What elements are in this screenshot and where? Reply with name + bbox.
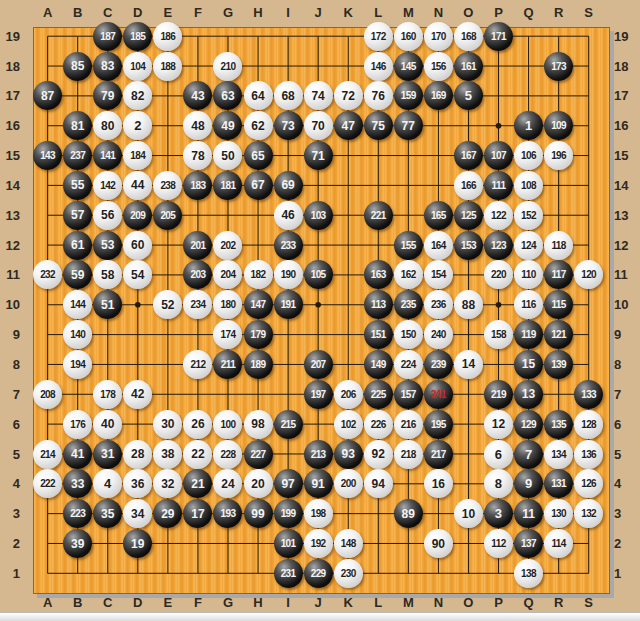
move-number: 149 [371,359,386,370]
move-number: 187 [100,31,115,42]
move-number: 71 [311,149,324,163]
move-number: 75 [372,119,385,133]
move-number: 225 [371,389,386,400]
move-number: 211 [221,359,235,370]
stone-I6-black: 215 [274,410,303,439]
stone-Q11-white: 110 [514,260,543,289]
stone-C4-white: 4 [93,469,122,498]
move-number: 12 [492,417,505,431]
stone-K2-white: 148 [334,529,363,558]
stone-M17-black: 159 [394,81,423,110]
move-number: 142 [100,180,115,191]
move-number: 17 [191,507,204,521]
stone-C5-black: 31 [93,440,122,469]
stone-P9-white: 158 [484,320,513,349]
stone-S11-white: 120 [574,260,603,289]
move-number: 98 [251,417,264,431]
move-number: 232 [40,269,55,280]
move-number: 226 [371,419,386,430]
stone-R9-black: 121 [544,320,573,349]
row-label-7: 7 [0,379,26,409]
stone-G8-black: 211 [213,350,242,379]
move-number: 104 [130,61,145,72]
move-number: 77 [402,119,415,133]
row-label-8: 8 [0,350,26,380]
stone-H3-black: 99 [244,499,273,528]
move-number: 233 [281,240,296,251]
stone-E4-white: 32 [153,469,182,498]
stone-D15-white: 184 [123,141,152,170]
stone-S6-white: 128 [574,410,603,439]
move-number: 123 [491,240,506,251]
move-number: 26 [191,417,204,431]
stone-A11-white: 232 [33,260,62,289]
stone-G11-white: 204 [213,260,242,289]
stone-G15-white: 50 [213,141,242,170]
col-label-Q: Q [514,5,544,21]
move-number: 210 [221,61,236,72]
stone-E14-white: 238 [153,171,182,200]
stone-N18-white: 156 [424,52,453,81]
move-number: 28 [131,447,144,461]
stone-N4-white: 16 [424,469,453,498]
stone-F11-black: 203 [183,260,212,289]
stone-Q1-white: 138 [514,559,543,588]
move-number: 135 [551,419,566,430]
stone-F17-black: 43 [183,81,212,110]
move-number: 154 [431,269,446,280]
stone-H14-black: 67 [244,171,273,200]
col-label-L: L [363,595,393,611]
stone-M10-black: 235 [394,290,423,319]
row-label-19: 19 [0,21,26,51]
stone-M7-black: 157 [394,380,423,409]
move-number: 124 [521,240,536,251]
stone-Q16-black: 1 [514,111,543,140]
move-number: 167 [461,150,476,161]
move-number: 196 [551,150,566,161]
move-number: 172 [371,31,386,42]
stone-B16-black: 81 [63,111,92,140]
move-number: 55 [71,178,84,192]
move-number: 217 [431,449,446,460]
col-label-O: O [453,595,483,611]
stone-J8-black: 207 [304,350,333,379]
stone-G17-black: 63 [213,81,242,110]
move-number: 82 [131,89,144,103]
stone-Q13-white: 152 [514,201,543,230]
move-number: 63 [221,89,234,103]
move-number: 4 [104,476,111,491]
move-number: 117 [551,269,565,280]
stone-P7-black: 219 [484,380,513,409]
col-label-H: H [243,595,273,611]
stone-O13-black: 125 [454,201,483,230]
move-number: 179 [251,329,266,340]
stone-F12-black: 201 [183,231,212,260]
stone-C13-white: 56 [93,201,122,230]
row-label-4: 4 [611,469,637,499]
stone-I12-black: 233 [274,231,303,260]
move-number: 201 [190,240,205,251]
move-number: 129 [521,419,536,430]
move-number: 183 [190,180,205,191]
stone-D7-white: 42 [123,380,152,409]
stone-I11-white: 190 [274,260,303,289]
stone-C3-black: 35 [93,499,122,528]
stone-H17-white: 64 [244,81,273,110]
stone-A5-white: 214 [33,440,62,469]
move-number: 40 [101,417,114,431]
move-number: 101 [281,538,296,549]
stone-G4-white: 24 [213,469,242,498]
move-number: 238 [160,180,175,191]
stone-P4-white: 8 [484,469,513,498]
move-number: 220 [491,269,506,280]
stone-R3-white: 130 [544,499,573,528]
stone-I10-black: 191 [274,290,303,319]
stone-J5-black: 213 [304,440,333,469]
stone-F16-white: 48 [183,111,212,140]
move-number: 138 [521,568,536,579]
move-number: 192 [311,538,326,549]
stone-E19-white: 186 [153,22,182,51]
stone-L11-black: 163 [364,260,393,289]
move-number: 92 [372,447,385,461]
stone-M8-white: 224 [394,350,423,379]
move-number: 168 [461,31,476,42]
stone-D3-white: 34 [123,499,152,528]
stone-M6-white: 216 [394,410,423,439]
col-label-B: B [63,5,93,21]
move-number: 182 [251,269,266,280]
row-label-11: 11 [0,260,26,290]
stone-B13-black: 57 [63,201,92,230]
go-game-record-viewer: 1871851861721601701681718583104188210146… [0,0,640,621]
stone-E18-white: 188 [153,52,182,81]
row-labels-right: 19181716151413121110987654321 [611,21,637,588]
stone-B12-black: 61 [63,231,92,260]
move-number: 224 [401,359,416,370]
col-label-P: P [483,5,513,21]
move-number: 150 [401,329,416,340]
move-number: 240 [431,329,446,340]
move-number: 13 [522,387,535,401]
col-label-F: F [183,5,213,21]
stone-D16-white: 2 [123,111,152,140]
stone-K16-black: 47 [334,111,363,140]
move-number: 69 [281,178,294,192]
stone-Q8-black: 15 [514,350,543,379]
col-label-J: J [303,595,333,611]
stone-P11-white: 220 [484,260,513,289]
move-number: 74 [311,89,324,103]
move-number: 22 [191,447,204,461]
move-number: 99 [251,507,264,521]
column-labels-bottom: ABCDEFGHIJKLMNOPQRS [33,595,604,611]
row-label-12: 12 [611,230,637,260]
col-label-N: N [423,5,453,21]
stone-S3-white: 132 [574,499,603,528]
stone-N19-white: 170 [424,22,453,51]
stone-L17-white: 76 [364,81,393,110]
move-number: 241 [431,389,446,400]
move-number: 206 [341,389,356,400]
move-number: 2 [134,118,141,133]
move-number: 11 [522,507,535,521]
move-number: 152 [521,210,536,221]
stone-O19-white: 168 [454,22,483,51]
move-number: 155 [401,240,416,251]
stone-F6-white: 26 [183,410,212,439]
stone-P2-white: 112 [484,529,513,558]
row-label-5: 5 [611,439,637,469]
window-bottom-edge [0,612,640,621]
move-number: 214 [40,449,55,460]
stone-C6-white: 40 [93,410,122,439]
stone-B10-white: 144 [63,290,92,319]
stone-G14-black: 181 [213,171,242,200]
move-number: 47 [342,119,355,133]
stone-H9-black: 179 [244,320,273,349]
move-number: 125 [461,210,476,221]
move-number: 216 [401,419,416,430]
row-label-3: 3 [0,499,26,529]
move-number: 188 [160,61,175,72]
stone-F14-black: 183 [183,171,212,200]
row-label-14: 14 [0,171,26,201]
stone-O10-white: 88 [454,290,483,319]
move-number: 194 [70,359,85,370]
stone-L19-white: 172 [364,22,393,51]
col-label-C: C [93,5,123,21]
row-label-4: 4 [0,469,26,499]
stone-M12-black: 155 [394,231,423,260]
move-number: 8 [495,476,502,491]
move-number: 113 [371,299,385,310]
move-number: 140 [70,329,85,340]
stone-C18-black: 83 [93,52,122,81]
stone-B4-black: 33 [63,469,92,498]
stone-N10-white: 236 [424,290,453,319]
move-number: 120 [581,269,596,280]
column-labels-top: ABCDEFGHIJKLMNOPQRS [33,5,604,21]
stone-B14-black: 55 [63,171,92,200]
move-number: 115 [551,299,565,310]
stone-G3-black: 193 [213,499,242,528]
stone-Q6-black: 129 [514,410,543,439]
stone-P3-black: 3 [484,499,513,528]
move-number: 32 [161,477,174,491]
move-number: 219 [491,389,506,400]
move-number: 122 [491,210,506,221]
move-number: 231 [281,568,296,579]
move-number: 141 [100,150,115,161]
stone-J3-white: 198 [304,499,333,528]
move-number: 112 [491,538,505,549]
move-number: 137 [521,538,536,549]
stones-layer: 1871851861721601701681718583104188210146… [33,21,604,588]
row-label-10: 10 [0,290,26,320]
move-number: 94 [372,477,385,491]
row-label-8: 8 [611,350,637,380]
move-number: 89 [402,507,415,521]
move-number: 62 [251,119,264,133]
col-label-M: M [393,595,423,611]
move-number: 44 [131,178,144,192]
move-number: 65 [251,149,264,163]
col-label-H: H [243,5,273,21]
stone-Q14-white: 108 [514,171,543,200]
move-number: 178 [100,389,115,400]
stone-F8-white: 212 [183,350,212,379]
col-label-O: O [453,5,483,21]
move-number: 159 [401,90,416,101]
move-number: 106 [521,150,536,161]
stone-O17-black: 5 [454,81,483,110]
move-number: 14 [462,357,475,371]
stone-E6-white: 30 [153,410,182,439]
stone-B6-white: 176 [63,410,92,439]
stone-O18-black: 161 [454,52,483,81]
stone-H4-white: 20 [244,469,273,498]
stone-C17-black: 79 [93,81,122,110]
col-label-D: D [123,595,153,611]
move-number: 114 [551,538,565,549]
stone-C7-white: 178 [93,380,122,409]
row-label-17: 17 [611,81,637,111]
stone-N11-white: 154 [424,260,453,289]
move-number: 110 [521,269,535,280]
stone-N8-black: 239 [424,350,453,379]
move-number: 20 [251,477,264,491]
row-label-16: 16 [0,111,26,141]
stone-F5-white: 22 [183,440,212,469]
stone-E3-black: 29 [153,499,182,528]
stone-F15-white: 78 [183,141,212,170]
stone-G9-white: 174 [213,320,242,349]
move-number: 81 [71,119,84,133]
move-number: 46 [281,208,294,222]
stone-Q15-white: 106 [514,141,543,170]
move-number: 36 [131,477,144,491]
stone-Q9-black: 119 [514,320,543,349]
stone-R4-black: 131 [544,469,573,498]
col-label-G: G [213,595,243,611]
stone-K4-white: 200 [334,469,363,498]
move-number: 49 [221,119,234,133]
stone-Q12-white: 124 [514,231,543,260]
move-number: 160 [401,31,416,42]
move-number: 230 [341,568,356,579]
stone-M18-black: 145 [394,52,423,81]
row-label-6: 6 [0,409,26,439]
stone-G5-white: 228 [213,440,242,469]
move-number: 107 [491,150,506,161]
move-number: 144 [70,299,85,310]
move-number: 58 [101,268,114,282]
stone-K6-white: 102 [334,410,363,439]
stone-K1-white: 230 [334,559,363,588]
move-number: 42 [131,387,144,401]
stone-O12-black: 153 [454,231,483,260]
stone-O3-white: 10 [454,499,483,528]
stone-R6-black: 135 [544,410,573,439]
col-label-J: J [303,5,333,21]
stone-P6-white: 12 [484,410,513,439]
move-number: 146 [371,61,386,72]
stone-N5-black: 217 [424,440,453,469]
move-number: 61 [71,238,84,252]
stone-A17-black: 87 [33,81,62,110]
move-number: 166 [461,180,476,191]
move-number: 130 [551,508,566,519]
col-label-E: E [153,5,183,21]
move-number: 171 [491,31,506,42]
stone-R11-black: 117 [544,260,573,289]
move-number: 19 [131,537,144,551]
stone-G10-white: 180 [213,290,242,319]
move-number: 143 [40,150,55,161]
move-number: 164 [431,240,446,251]
col-label-B: B [63,595,93,611]
stone-M19-white: 160 [394,22,423,51]
move-number: 109 [551,120,566,131]
move-number: 186 [160,31,175,42]
move-number: 208 [40,389,55,400]
move-number: 203 [190,269,205,280]
move-number: 139 [551,359,566,370]
stone-I4-black: 97 [274,469,303,498]
move-number: 218 [401,449,416,460]
move-number: 91 [311,477,324,491]
stone-M9-white: 150 [394,320,423,349]
stone-B2-black: 39 [63,529,92,558]
stone-D11-white: 54 [123,260,152,289]
stone-G12-white: 202 [213,231,242,260]
move-number: 128 [581,419,596,430]
col-label-A: A [33,5,63,21]
move-number: 151 [371,329,386,340]
move-number: 190 [281,269,296,280]
move-number: 29 [161,507,174,521]
move-number: 116 [521,299,535,310]
stone-C14-white: 142 [93,171,122,200]
move-number: 34 [131,507,144,521]
row-label-13: 13 [0,200,26,230]
row-label-15: 15 [0,141,26,171]
row-label-18: 18 [0,51,26,81]
stone-R18-black: 173 [544,52,573,81]
stone-H6-white: 98 [244,410,273,439]
stone-M16-black: 77 [394,111,423,140]
move-number: 215 [281,419,296,430]
row-label-9: 9 [0,320,26,350]
stone-C15-black: 141 [93,141,122,170]
stone-L13-black: 221 [364,201,393,230]
stone-O15-black: 167 [454,141,483,170]
move-number: 10 [462,507,475,521]
row-label-14: 14 [611,171,637,201]
stone-Q5-black: 7 [514,440,543,469]
stone-H16-white: 62 [244,111,273,140]
stone-J7-black: 197 [304,380,333,409]
move-number: 108 [521,180,536,191]
stone-J4-black: 91 [304,469,333,498]
move-number: 90 [432,537,445,551]
move-number: 163 [371,269,386,280]
move-number: 43 [191,89,204,103]
